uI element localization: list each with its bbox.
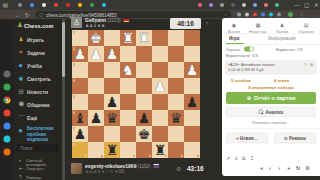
rank-label: 6 <box>73 111 75 115</box>
sidebar-item-label: Учёба <box>27 63 42 69</box>
search-placeholder: Поиск <box>20 145 32 150</box>
blunders-link[interactable]: 4 зевка <box>274 78 289 83</box>
square-h2[interactable]: ♟2 <box>72 46 88 62</box>
sidebar-item-puzzles[interactable]: ✦Задачи <box>14 49 62 59</box>
more-icon: ••• <box>19 114 25 118</box>
square-a2[interactable] <box>184 46 200 62</box>
app-icon[interactable] <box>4 149 11 156</box>
square-g8[interactable]: g <box>88 142 104 158</box>
screen: ▦ —▢✕ ← ↻ ⓘ chess.com/game/live/94598614… <box>0 0 320 180</box>
extension-icon[interactable] <box>261 13 265 17</box>
black-king[interactable]: ♚ <box>136 126 152 142</box>
sidebar-item-learn[interactable]: ◆Учёба <box>14 62 62 72</box>
chrome-icon[interactable] <box>4 97 11 104</box>
square-f4[interactable] <box>104 78 120 94</box>
browser-tab[interactable] <box>102 3 106 7</box>
probability-setting[interactable]: Вероятности: 1/3 <box>226 54 258 59</box>
profile-avatar[interactable] <box>288 12 293 17</box>
first-move-icon[interactable]: « <box>260 165 264 172</box>
square-c5[interactable] <box>152 94 168 110</box>
tab-game[interactable]: Игра <box>229 36 239 41</box>
bottom-player-rating: (1192) <box>138 164 151 169</box>
square-a8[interactable]: a <box>184 142 200 158</box>
rematch-button[interactable]: ↻ Реванш <box>274 133 316 143</box>
sidebar-item-label: Общение <box>27 102 50 108</box>
app-icon[interactable] <box>4 110 11 117</box>
white-pawn[interactable]: ♟ <box>88 46 104 62</box>
square-f5[interactable]: ♟ <box>104 94 120 110</box>
window-control-maximize[interactable]: ▢ <box>304 2 309 9</box>
rank-label: 1 <box>73 31 75 35</box>
panel-tab-lessons[interactable]: ▤Обучение <box>294 20 318 33</box>
file-label: c <box>165 154 167 158</box>
news-icon: ▤ <box>19 88 24 95</box>
square-b3[interactable] <box>168 62 184 78</box>
browser-tab[interactable] <box>18 3 22 7</box>
eval-toggle[interactable] <box>244 47 254 52</box>
panel-tab-new-game[interactable]: ▦Новая пар. <box>246 20 270 33</box>
play-icon: ♟ <box>19 36 24 43</box>
sidebar-item-label: Играть <box>27 37 44 43</box>
square-c8[interactable]: ♜c <box>152 142 168 158</box>
square-h3[interactable]: 3 <box>72 62 88 78</box>
puzzles-icon: ✦ <box>19 49 24 56</box>
rank-label: 8 <box>73 143 75 147</box>
browser-tab[interactable] <box>220 3 224 7</box>
square-b1[interactable] <box>168 30 184 46</box>
top-player-clock: 46:16 <box>170 18 201 29</box>
app-icon[interactable] <box>4 84 11 91</box>
app-icon[interactable] <box>4 71 11 78</box>
browser-tab[interactable] <box>78 3 82 7</box>
missed-wins-link[interactable]: 4 упущенные победы <box>222 85 320 90</box>
magnifier-icon <box>259 110 264 115</box>
top-player-avatar[interactable]: ♙ <box>71 17 82 28</box>
collapse-icon: ⇤ <box>19 166 23 171</box>
focus-close-icon[interactable]: ✕ <box>205 21 209 27</box>
black-pawn[interactable]: ♟ <box>184 94 200 110</box>
square-f6[interactable]: ♛ <box>104 110 120 126</box>
square-c3[interactable] <box>152 62 168 78</box>
games-icon: ♟ <box>280 23 284 29</box>
panel-tab-bar: ◉Анализ▦Новая пар.♟Партии▤Обучение <box>222 18 320 34</box>
square-d3[interactable] <box>136 62 152 78</box>
site-info-icon[interactable]: ⓘ <box>39 12 44 19</box>
file-label: h <box>85 154 87 158</box>
black-pawn[interactable]: ♟ <box>136 110 152 126</box>
square-h8[interactable]: 8h <box>72 142 88 158</box>
sidebar: ♟ Chess.com ♟Играть✦Задачи◆Учёба◉Смотрет… <box>14 19 62 180</box>
sidebar-footer-help[interactable]: ?Помощь <box>14 174 62 180</box>
file-label: f <box>118 154 119 158</box>
square-a7[interactable] <box>184 126 200 142</box>
rank-label: 3 <box>73 63 75 67</box>
last-move-icon[interactable]: » <box>287 165 291 172</box>
learn-icon: ◆ <box>19 62 23 69</box>
square-d8[interactable]: d <box>136 142 152 158</box>
extension-icon[interactable] <box>245 13 249 17</box>
bottom-player-bar: evgeniy-nikolaev1969 (1192) ♙♙♙♗♗♘♕ +10 <box>71 163 202 175</box>
show-errors-link[interactable]: Показать ошибки… <box>222 120 320 125</box>
square-b4[interactable] <box>168 78 184 94</box>
white-king[interactable]: ♚ <box>88 30 104 46</box>
square-a4[interactable] <box>184 78 200 94</box>
file-label: a <box>197 154 199 158</box>
copy-icon[interactable]: ⧉ <box>310 62 313 67</box>
square-b7[interactable] <box>168 126 184 142</box>
square-c6[interactable] <box>152 110 168 126</box>
square-e3[interactable]: ♞ <box>120 62 136 78</box>
square-f7[interactable] <box>104 126 120 142</box>
rank-label: 7 <box>73 127 75 131</box>
browser-tab[interactable] <box>264 3 268 7</box>
square-h1[interactable]: 1 <box>72 30 88 46</box>
square-d4[interactable] <box>136 78 152 94</box>
square-g3[interactable] <box>88 62 104 78</box>
square-d7[interactable]: ♚ <box>136 126 152 142</box>
avatar-pawn-icon: ♙ <box>73 18 80 27</box>
square-b2[interactable] <box>168 46 184 62</box>
black-queen[interactable]: ♛ <box>168 110 184 126</box>
share-icon[interactable]: ↗ <box>226 155 230 161</box>
bottom-player-flag <box>153 164 159 168</box>
file-label: b <box>181 154 183 158</box>
new-game-icon: ▦ <box>256 23 261 29</box>
square-f3[interactable] <box>104 62 120 78</box>
panel-tab-label: Обучение <box>294 30 318 34</box>
square-g6[interactable]: ♟ <box>88 110 104 126</box>
panel-tab-analysis[interactable]: ◉Анализ <box>222 20 246 33</box>
file-label: d <box>149 154 151 158</box>
square-h5[interactable]: 5 <box>72 94 88 110</box>
lessons-icon: ▤ <box>304 23 309 29</box>
browser-tab[interactable] <box>90 3 94 7</box>
chesscom-logo-icon: ♟ <box>17 21 23 29</box>
chess-board[interactable]: 1♚♜♜♟2♟♟3♞♟4♟5♟♟♝6♟♛♟♛♟7♚8hg♜fed♜cba <box>72 30 200 158</box>
back-icon[interactable]: ← <box>15 12 21 18</box>
square-a6[interactable] <box>184 110 200 126</box>
divider <box>222 44 320 45</box>
sidebar-item-label: Смотреть <box>27 76 51 82</box>
panel-tab-games[interactable]: ♟Партии <box>270 20 294 33</box>
browser-tab[interactable] <box>275 3 279 7</box>
analysis-panel: ◉Анализ▦Новая пар.♟Партии▤Обучение Игра … <box>222 18 320 176</box>
watch-icon: ◉ <box>19 75 24 82</box>
square-c4[interactable]: ♟ <box>152 78 168 94</box>
bottom-player-name[interactable]: evgeniy-nikolaev1969 (1192) <box>85 163 159 169</box>
white-pawn[interactable]: ♟ <box>104 46 120 62</box>
left-icon-strip <box>0 19 14 180</box>
bookmark-star-icon[interactable]: ☆ <box>223 12 227 17</box>
diamond-icon: ◆ <box>19 127 23 133</box>
browser-tab[interactable] <box>253 3 257 7</box>
panel-tab-label: Партии <box>270 30 294 34</box>
divider <box>222 128 320 129</box>
browser-tab[interactable] <box>242 3 246 7</box>
download-icon[interactable]: ↧ <box>250 155 254 161</box>
white-knight[interactable]: ♞ <box>120 62 136 78</box>
browser-tab-strip: ▦ —▢✕ <box>0 0 320 10</box>
browser-tab[interactable] <box>54 3 58 7</box>
trial-line: подписка <box>27 137 48 143</box>
square-e1[interactable]: ♜ <box>120 30 136 46</box>
opening-name: «A13»: Английское начало: <box>228 62 275 67</box>
sidebar-item-more[interactable]: •••Ещё <box>14 114 62 124</box>
analysis-icon: ◉ <box>232 23 236 29</box>
sidebar-item-label: Новости <box>27 89 48 95</box>
square-a5[interactable]: ♟ <box>184 94 200 110</box>
board-settings-gear-icon[interactable]: ⚙ <box>176 165 181 172</box>
sidebar-item-label: Ещё <box>27 115 37 121</box>
board-icon[interactable]: ♙ <box>234 155 238 161</box>
app-icon[interactable] <box>4 123 11 130</box>
chesscom-logo-text[interactable]: Chess.com <box>24 23 53 29</box>
square-b6[interactable]: ♛ <box>168 110 184 126</box>
top-player-flag <box>123 18 129 22</box>
square-b5[interactable] <box>168 94 184 110</box>
square-f8[interactable]: ♜f <box>104 142 120 158</box>
extension-icon[interactable] <box>253 13 257 17</box>
square-g5[interactable] <box>88 94 104 110</box>
square-e7[interactable] <box>120 126 136 142</box>
browser-tab[interactable] <box>66 3 70 7</box>
bottom-captured-pieces: ♙♙♙♗♗♘♕ +10 <box>85 169 124 174</box>
browser-tab[interactable] <box>231 3 235 7</box>
copy-link-icon[interactable]: ⧉ <box>242 155 246 161</box>
sidebar-footer-light-ui[interactable]: ◐Светлый интерфейс <box>14 157 62 165</box>
square-b8[interactable]: b <box>168 142 184 158</box>
top-captured-pieces: ♟♟♝♞♞ <box>85 23 105 28</box>
extension-icon[interactable] <box>237 13 241 17</box>
opening-moves: 1.c4 e6 2.Кf3 d5 3.g3 <box>228 68 263 73</box>
black-pawn[interactable]: ♟ <box>104 94 120 110</box>
rank-label: 5 <box>73 95 75 99</box>
sidebar-item-watch[interactable]: ◉Смотреть <box>14 75 62 85</box>
light-ui-icon: ◐ <box>19 158 22 163</box>
next-move-icon[interactable]: › <box>278 165 280 172</box>
mistakes-link[interactable]: 5 ошибок <box>231 78 251 83</box>
square-g2[interactable]: ♟ <box>88 46 104 62</box>
white-pawn[interactable]: ♟ <box>184 62 200 78</box>
flip-board-icon[interactable]: ↻ <box>296 165 301 172</box>
window-control-close[interactable]: ✕ <box>314 2 319 9</box>
settings-icon[interactable]: ⚙ <box>305 165 310 172</box>
white-rook[interactable]: ♜ <box>120 30 136 46</box>
sidebar-footer-collapse[interactable]: ⇤Свернуть <box>14 166 62 174</box>
file-label: g <box>101 154 103 158</box>
browser-tab[interactable] <box>209 3 213 7</box>
black-pawn[interactable]: ♟ <box>88 110 104 126</box>
sidebar-item-label: Задачи <box>27 50 45 56</box>
square-c2[interactable] <box>152 46 168 62</box>
square-a3[interactable]: ♟ <box>184 62 200 78</box>
analysis-button[interactable]: Анализ <box>226 107 316 117</box>
square-c1[interactable] <box>152 30 168 46</box>
app-icon[interactable] <box>4 136 11 143</box>
top-player-rating: (1213) <box>108 18 121 23</box>
sidebar-item-play[interactable]: ♟Играть <box>14 36 62 46</box>
help-icon: ? <box>19 175 22 180</box>
square-e6[interactable] <box>120 110 136 126</box>
browser-tab[interactable] <box>42 3 46 7</box>
search-input[interactable]: Поиск <box>17 144 59 152</box>
square-e2[interactable] <box>120 46 136 62</box>
square-d2[interactable] <box>136 46 152 62</box>
extension-icon[interactable] <box>269 13 273 17</box>
square-e4[interactable] <box>120 78 136 94</box>
panel-tab-label: Анализ <box>222 30 246 34</box>
browser-tab[interactable] <box>30 3 34 7</box>
sidebar-item-news[interactable]: ▤Новости <box>14 88 62 98</box>
prev-move-icon[interactable]: ‹ <box>269 165 271 172</box>
square-h4[interactable]: 4 <box>72 78 88 94</box>
opening-info-box[interactable]: «A13»: Английское начало: 1.c4 e6 2.Кf3 … <box>225 60 317 75</box>
new-game-button[interactable]: + Новая… <box>226 133 268 143</box>
square-e8[interactable]: e <box>120 142 136 158</box>
social-icon: ☻ <box>19 101 25 108</box>
eval-label: Оценка <box>226 47 240 52</box>
lines-setting[interactable]: Варианты: 1/3 <box>276 47 302 52</box>
square-f1[interactable] <box>104 30 120 46</box>
white-rook[interactable]: ♜ <box>136 30 152 46</box>
browser-tab[interactable] <box>198 3 202 7</box>
sidebar-footer-label: Помощь <box>26 175 41 180</box>
rank-label: 2 <box>73 47 75 51</box>
panel-tab-label: Новая пар. <box>246 30 270 34</box>
extension-icon[interactable] <box>277 13 281 17</box>
square-d6[interactable]: ♟ <box>136 110 152 126</box>
rank-label: 4 <box>73 79 75 83</box>
square-g7[interactable] <box>88 126 104 142</box>
scrollbar[interactable] <box>62 19 65 180</box>
bottom-player-avatar[interactable] <box>71 163 82 174</box>
report-icon: ⊕ <box>247 95 252 101</box>
square-e5[interactable] <box>120 94 136 110</box>
top-player-name[interactable]: Gellyann (1213) <box>85 17 129 23</box>
square-g1[interactable]: ♚ <box>88 30 104 46</box>
square-c7[interactable] <box>152 126 168 142</box>
sidebar-item-social[interactable]: ☻Общение <box>14 101 62 111</box>
black-queen[interactable]: ♛ <box>104 110 120 126</box>
game-report-button[interactable]: ⊕Отчёт о партии <box>226 92 316 104</box>
square-d5[interactable] <box>136 94 152 110</box>
file-label: e <box>133 154 135 158</box>
sidebar-footer-label: Свернуть <box>26 167 44 172</box>
window-control-minimize[interactable]: — <box>294 2 300 8</box>
square-h6[interactable]: ♝6 <box>72 110 88 126</box>
scrollbar-thumb[interactable] <box>62 22 65 77</box>
bottom-player-clock: 43:16 <box>187 165 204 173</box>
square-g4[interactable] <box>88 78 104 94</box>
tab-info[interactable]: Информация <box>268 36 296 41</box>
tab-search-icon[interactable]: ▦ <box>3 2 9 9</box>
square-h7[interactable]: ♟7 <box>72 126 88 142</box>
square-f2[interactable]: ♟ <box>104 46 120 62</box>
square-d1[interactable]: ♜ <box>136 30 152 46</box>
white-pawn[interactable]: ♟ <box>152 78 168 94</box>
square-a1[interactable] <box>184 30 200 46</box>
edit-icon[interactable]: ✎ <box>304 62 307 67</box>
reload-icon[interactable]: ↻ <box>25 12 30 19</box>
